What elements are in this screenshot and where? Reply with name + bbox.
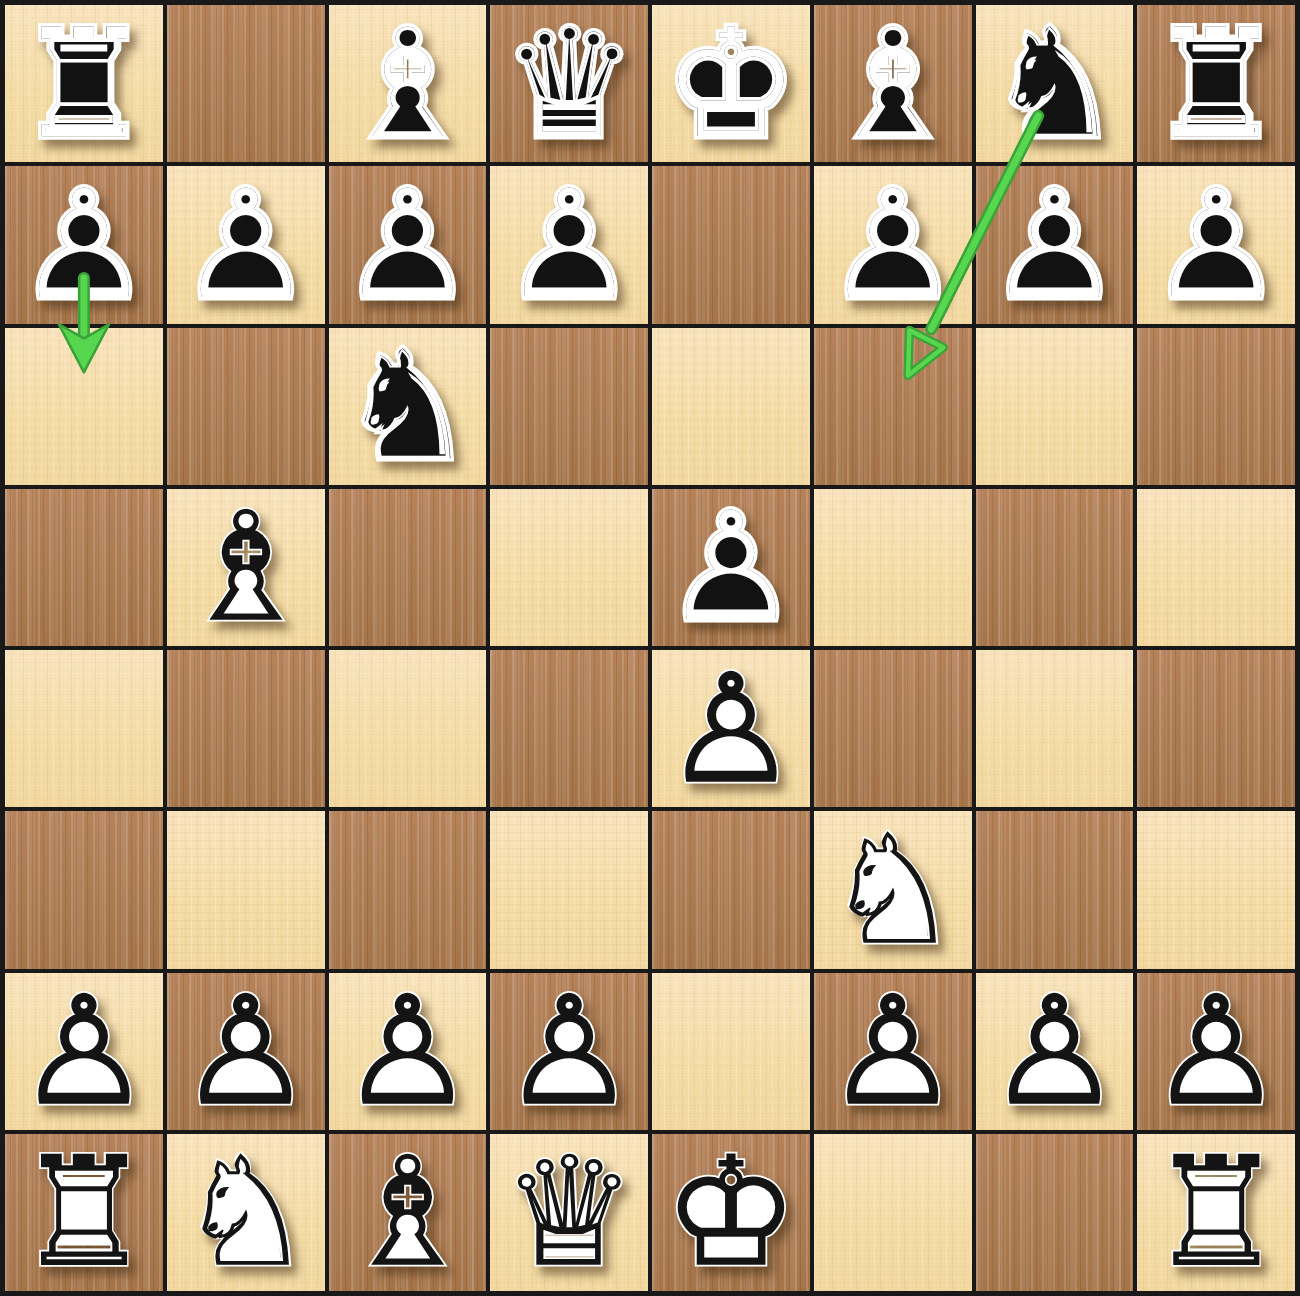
white-pawn-detail: ♙ (490, 973, 648, 1130)
white-bishop-glyph: ♝ (329, 1134, 487, 1291)
piece-black-pawn-d7[interactable]: ♟♙ (490, 166, 648, 323)
black-pawn-glyph: ♟ (652, 489, 810, 646)
square-a8[interactable]: ♜♖ (5, 5, 163, 162)
black-pawn-glyph: ♟ (1137, 166, 1295, 323)
piece-white-knight-b1[interactable]: ♞♘ (167, 1134, 325, 1291)
square-g5[interactable] (976, 489, 1134, 646)
piece-white-pawn-c2[interactable]: ♟♙ (329, 973, 487, 1130)
square-a4[interactable] (5, 650, 163, 807)
white-rook-detail: ♖ (1137, 1134, 1295, 1291)
piece-white-rook-h1[interactable]: ♜♖ (1137, 1134, 1295, 1291)
piece-white-pawn-d2[interactable]: ♟♙ (490, 973, 648, 1130)
piece-black-pawn-g7[interactable]: ♟♙ (976, 166, 1134, 323)
white-pawn-glyph: ♟ (976, 973, 1134, 1130)
piece-white-bishop-b5[interactable]: ♝♗ (167, 489, 325, 646)
white-king-detail: ♔ (652, 1134, 810, 1291)
square-a6[interactable] (5, 328, 163, 485)
piece-white-rook-a1[interactable]: ♜♖ (5, 1134, 163, 1291)
square-b1[interactable]: ♞♘ (167, 1134, 325, 1291)
white-knight-detail: ♘ (814, 811, 972, 968)
board-grid: ♜♖♝♗♛♕♚♔♝♗♞♘♜♖♟♙♟♙♟♙♟♙♟♙♟♙♟♙♞♘♝♗♟♙♟♙♞♘♟♙… (0, 0, 1300, 1296)
black-knight-glyph: ♞ (329, 328, 487, 485)
black-bishop-detail: ♗ (329, 5, 487, 162)
square-g2[interactable]: ♟♙ (976, 973, 1134, 1130)
square-c5[interactable] (329, 489, 487, 646)
black-rook-glyph: ♜ (5, 5, 163, 162)
square-e4[interactable]: ♟♙ (652, 650, 810, 807)
square-h6[interactable] (1137, 328, 1295, 485)
black-queen-detail: ♕ (490, 5, 648, 162)
piece-black-queen-d8[interactable]: ♛♕ (490, 5, 648, 162)
black-pawn-detail: ♙ (5, 166, 163, 323)
black-queen-glyph: ♛ (490, 5, 648, 162)
square-c1[interactable]: ♝♗ (329, 1134, 487, 1291)
white-pawn-glyph: ♟ (329, 973, 487, 1130)
square-h2[interactable]: ♟♙ (1137, 973, 1295, 1130)
piece-black-bishop-f8[interactable]: ♝♗ (814, 5, 972, 162)
black-pawn-detail: ♙ (1137, 166, 1295, 323)
black-pawn-detail: ♙ (652, 489, 810, 646)
white-pawn-detail: ♙ (976, 973, 1134, 1130)
square-a2[interactable]: ♟♙ (5, 973, 163, 1130)
white-pawn-glyph: ♟ (652, 650, 810, 807)
white-pawn-glyph: ♟ (814, 973, 972, 1130)
square-e5[interactable]: ♟♙ (652, 489, 810, 646)
black-pawn-glyph: ♟ (814, 166, 972, 323)
square-b6[interactable] (167, 328, 325, 485)
piece-black-pawn-b7[interactable]: ♟♙ (167, 166, 325, 323)
white-pawn-glyph: ♟ (490, 973, 648, 1130)
white-pawn-detail: ♙ (652, 650, 810, 807)
black-rook-detail: ♖ (1137, 5, 1295, 162)
black-bishop-detail: ♗ (814, 5, 972, 162)
square-h3[interactable] (1137, 811, 1295, 968)
square-d5[interactable] (490, 489, 648, 646)
square-f7[interactable]: ♟♙ (814, 166, 972, 323)
chess-board: ♜♖♝♗♛♕♚♔♝♗♞♘♜♖♟♙♟♙♟♙♟♙♟♙♟♙♟♙♞♘♝♗♟♙♟♙♞♘♟♙… (0, 0, 1300, 1296)
piece-black-bishop-c8[interactable]: ♝♗ (329, 5, 487, 162)
black-king-detail: ♔ (652, 5, 810, 162)
piece-black-rook-a8[interactable]: ♜♖ (5, 5, 163, 162)
white-pawn-detail: ♙ (329, 973, 487, 1130)
white-queen-detail: ♕ (490, 1134, 648, 1291)
piece-black-pawn-e5[interactable]: ♟♙ (652, 489, 810, 646)
square-d3[interactable] (490, 811, 648, 968)
white-pawn-detail: ♙ (814, 973, 972, 1130)
piece-white-pawn-a2[interactable]: ♟♙ (5, 973, 163, 1130)
square-d7[interactable]: ♟♙ (490, 166, 648, 323)
square-e6[interactable] (652, 328, 810, 485)
square-g4[interactable] (976, 650, 1134, 807)
square-h5[interactable] (1137, 489, 1295, 646)
square-f8[interactable]: ♝♗ (814, 5, 972, 162)
white-knight-detail: ♘ (167, 1134, 325, 1291)
black-pawn-glyph: ♟ (976, 166, 1134, 323)
piece-white-pawn-h2[interactable]: ♟♙ (1137, 973, 1295, 1130)
piece-white-pawn-b2[interactable]: ♟♙ (167, 973, 325, 1130)
piece-black-knight-g8[interactable]: ♞♘ (976, 5, 1134, 162)
square-h8[interactable]: ♜♖ (1137, 5, 1295, 162)
square-g3[interactable] (976, 811, 1134, 968)
black-bishop-glyph: ♝ (329, 5, 487, 162)
square-e7[interactable] (652, 166, 810, 323)
square-g7[interactable]: ♟♙ (976, 166, 1134, 323)
square-d8[interactable]: ♛♕ (490, 5, 648, 162)
black-rook-glyph: ♜ (1137, 5, 1295, 162)
black-knight-detail: ♘ (329, 328, 487, 485)
white-pawn-detail: ♙ (167, 973, 325, 1130)
square-a7[interactable]: ♟♙ (5, 166, 163, 323)
black-pawn-detail: ♙ (167, 166, 325, 323)
square-b2[interactable]: ♟♙ (167, 973, 325, 1130)
square-c6[interactable]: ♞♘ (329, 328, 487, 485)
white-queen-glyph: ♛ (490, 1134, 648, 1291)
square-f2[interactable]: ♟♙ (814, 973, 972, 1130)
square-b3[interactable] (167, 811, 325, 968)
piece-black-rook-h8[interactable]: ♜♖ (1137, 5, 1295, 162)
square-f1[interactable] (814, 1134, 972, 1291)
piece-white-pawn-g2[interactable]: ♟♙ (976, 973, 1134, 1130)
black-knight-glyph: ♞ (976, 5, 1134, 162)
square-a1[interactable]: ♜♖ (5, 1134, 163, 1291)
white-knight-glyph: ♞ (167, 1134, 325, 1291)
square-f5[interactable] (814, 489, 972, 646)
piece-white-king-e1[interactable]: ♚♔ (652, 1134, 810, 1291)
white-pawn-glyph: ♟ (5, 973, 163, 1130)
white-knight-glyph: ♞ (814, 811, 972, 968)
piece-black-pawn-f7[interactable]: ♟♙ (814, 166, 972, 323)
black-pawn-detail: ♙ (490, 166, 648, 323)
square-b8[interactable] (167, 5, 325, 162)
black-pawn-glyph: ♟ (490, 166, 648, 323)
square-e3[interactable] (652, 811, 810, 968)
piece-black-pawn-c7[interactable]: ♟♙ (329, 166, 487, 323)
square-e2[interactable] (652, 973, 810, 1130)
white-pawn-glyph: ♟ (1137, 973, 1295, 1130)
black-pawn-glyph: ♟ (329, 166, 487, 323)
white-king-glyph: ♚ (652, 1134, 810, 1291)
white-pawn-detail: ♙ (5, 973, 163, 1130)
square-d1[interactable]: ♛♕ (490, 1134, 648, 1291)
square-h1[interactable]: ♜♖ (1137, 1134, 1295, 1291)
white-rook-glyph: ♜ (1137, 1134, 1295, 1291)
square-g6[interactable] (976, 328, 1134, 485)
piece-black-knight-c6[interactable]: ♞♘ (329, 328, 487, 485)
black-king-glyph: ♚ (652, 5, 810, 162)
white-bishop-detail: ♗ (167, 489, 325, 646)
square-e1[interactable]: ♚♔ (652, 1134, 810, 1291)
piece-black-king-e8[interactable]: ♚♔ (652, 5, 810, 162)
square-h7[interactable]: ♟♙ (1137, 166, 1295, 323)
black-bishop-glyph: ♝ (814, 5, 972, 162)
square-d2[interactable]: ♟♙ (490, 973, 648, 1130)
piece-black-pawn-a7[interactable]: ♟♙ (5, 166, 163, 323)
white-rook-detail: ♖ (5, 1134, 163, 1291)
piece-white-queen-d1[interactable]: ♛♕ (490, 1134, 648, 1291)
piece-white-pawn-f2[interactable]: ♟♙ (814, 973, 972, 1130)
square-g1[interactable] (976, 1134, 1134, 1291)
square-g8[interactable]: ♞♘ (976, 5, 1134, 162)
black-pawn-glyph: ♟ (5, 166, 163, 323)
white-rook-glyph: ♜ (5, 1134, 163, 1291)
piece-white-pawn-e4[interactable]: ♟♙ (652, 650, 810, 807)
white-bishop-detail: ♗ (329, 1134, 487, 1291)
square-d4[interactable] (490, 650, 648, 807)
square-f3[interactable]: ♞♘ (814, 811, 972, 968)
black-rook-detail: ♖ (5, 5, 163, 162)
black-pawn-detail: ♙ (814, 166, 972, 323)
piece-white-knight-f3[interactable]: ♞♘ (814, 811, 972, 968)
white-pawn-detail: ♙ (1137, 973, 1295, 1130)
square-f4[interactable] (814, 650, 972, 807)
square-c3[interactable] (329, 811, 487, 968)
square-a5[interactable] (5, 489, 163, 646)
square-c8[interactable]: ♝♗ (329, 5, 487, 162)
piece-white-bishop-c1[interactable]: ♝♗ (329, 1134, 487, 1291)
black-pawn-glyph: ♟ (167, 166, 325, 323)
square-b5[interactable]: ♝♗ (167, 489, 325, 646)
black-pawn-detail: ♙ (976, 166, 1134, 323)
square-c7[interactable]: ♟♙ (329, 166, 487, 323)
square-d6[interactable] (490, 328, 648, 485)
square-a3[interactable] (5, 811, 163, 968)
white-pawn-glyph: ♟ (167, 973, 325, 1130)
black-pawn-detail: ♙ (329, 166, 487, 323)
square-b7[interactable]: ♟♙ (167, 166, 325, 323)
square-h4[interactable] (1137, 650, 1295, 807)
square-f6[interactable] (814, 328, 972, 485)
black-knight-detail: ♘ (976, 5, 1134, 162)
piece-black-pawn-h7[interactable]: ♟♙ (1137, 166, 1295, 323)
square-c4[interactable] (329, 650, 487, 807)
square-b4[interactable] (167, 650, 325, 807)
square-e8[interactable]: ♚♔ (652, 5, 810, 162)
square-c2[interactable]: ♟♙ (329, 973, 487, 1130)
white-bishop-glyph: ♝ (167, 489, 325, 646)
